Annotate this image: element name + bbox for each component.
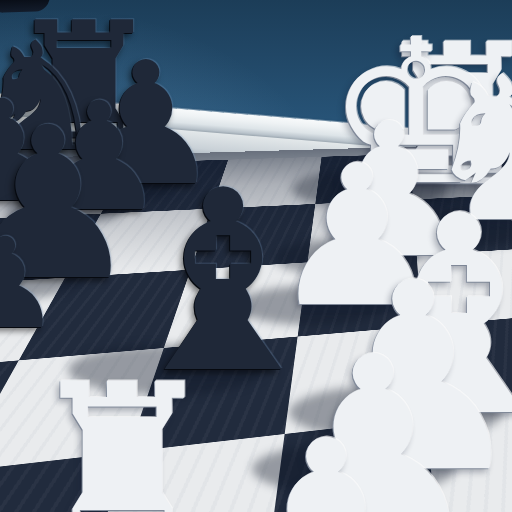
- black-pawn-edge-2[interactable]: ♟: [0, 221, 61, 346]
- white-pawn-5[interactable]: ♟: [214, 408, 438, 512]
- white-rook-advanced[interactable]: ♜: [23, 355, 220, 512]
- chess-3d-scene: ♜♞♟♜♚♟♟♞♟♟♟♟♝♝♟♜♟♟: [0, 0, 512, 512]
- pieces-layer: ♜♞♟♜♚♟♟♞♟♟♟♟♝♝♟♜♟♟: [0, 0, 512, 512]
